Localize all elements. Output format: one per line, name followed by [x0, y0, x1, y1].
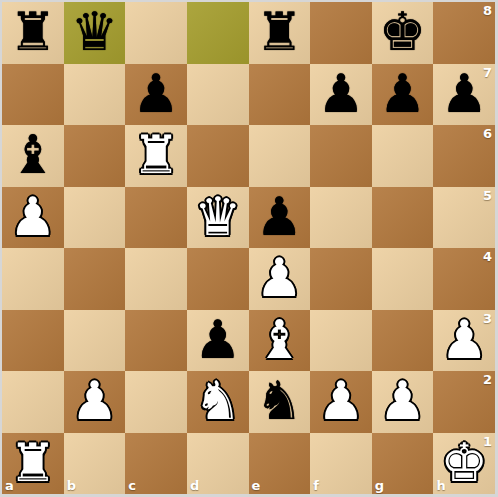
square-a8[interactable]: ♜	[2, 2, 64, 64]
square-e2[interactable]: ♞	[249, 371, 311, 433]
square-f1[interactable]: f	[310, 433, 372, 495]
square-g3[interactable]	[372, 310, 434, 372]
rank-label-1: 1	[483, 434, 492, 449]
white-pawn[interactable]: ♟	[317, 374, 365, 427]
chess-board[interactable]: ♜♛♜♚8♟♟♟♟7♝♜6♟♛♟5♟4♟♝♟3♟♞♞♟♟2♜abcdefg♚h1	[2, 2, 495, 494]
file-label-a: a	[5, 478, 14, 493]
black-bishop[interactable]: ♝	[9, 128, 57, 181]
square-g7[interactable]: ♟	[372, 64, 434, 126]
square-c7[interactable]: ♟	[125, 64, 187, 126]
square-c3[interactable]	[125, 310, 187, 372]
black-queen[interactable]: ♛	[71, 5, 119, 58]
square-b4[interactable]	[64, 248, 126, 310]
square-a6[interactable]: ♝	[2, 125, 64, 187]
square-b3[interactable]	[64, 310, 126, 372]
white-pawn[interactable]: ♟	[256, 251, 304, 304]
square-f3[interactable]	[310, 310, 372, 372]
square-f2[interactable]: ♟	[310, 371, 372, 433]
black-pawn[interactable]: ♟	[256, 190, 304, 243]
white-rook[interactable]: ♜	[9, 436, 57, 489]
square-e1[interactable]: e	[249, 433, 311, 495]
square-d3[interactable]: ♟	[187, 310, 249, 372]
square-a4[interactable]	[2, 248, 64, 310]
square-e4[interactable]: ♟	[249, 248, 311, 310]
rank-label-7: 7	[483, 65, 492, 80]
square-h3[interactable]: ♟3	[433, 310, 495, 372]
square-g1[interactable]: g	[372, 433, 434, 495]
square-g8[interactable]: ♚	[372, 2, 434, 64]
black-pawn[interactable]: ♟	[317, 67, 365, 120]
file-label-e: e	[252, 478, 261, 493]
white-pawn[interactable]: ♟	[440, 313, 488, 366]
file-label-b: b	[67, 478, 76, 493]
square-b1[interactable]: b	[64, 433, 126, 495]
square-d4[interactable]	[187, 248, 249, 310]
square-d5[interactable]: ♛	[187, 187, 249, 249]
square-d7[interactable]	[187, 64, 249, 126]
square-a7[interactable]	[2, 64, 64, 126]
square-c2[interactable]	[125, 371, 187, 433]
square-c5[interactable]	[125, 187, 187, 249]
square-h2[interactable]: 2	[433, 371, 495, 433]
square-a5[interactable]: ♟	[2, 187, 64, 249]
square-f4[interactable]	[310, 248, 372, 310]
white-bishop[interactable]: ♝	[256, 313, 304, 366]
rank-label-6: 6	[483, 126, 492, 141]
square-e6[interactable]	[249, 125, 311, 187]
white-rook[interactable]: ♜	[132, 128, 180, 181]
black-pawn[interactable]: ♟	[379, 67, 427, 120]
square-h1[interactable]: ♚h1	[433, 433, 495, 495]
file-label-d: d	[190, 478, 199, 493]
black-knight[interactable]: ♞	[256, 374, 304, 427]
square-h5[interactable]: 5	[433, 187, 495, 249]
square-e3[interactable]: ♝	[249, 310, 311, 372]
square-g4[interactable]	[372, 248, 434, 310]
white-pawn[interactable]: ♟	[379, 374, 427, 427]
file-label-h: h	[436, 478, 445, 493]
square-e7[interactable]	[249, 64, 311, 126]
square-d1[interactable]: d	[187, 433, 249, 495]
square-g5[interactable]	[372, 187, 434, 249]
square-f5[interactable]	[310, 187, 372, 249]
square-c8[interactable]	[125, 2, 187, 64]
square-e8[interactable]: ♜	[249, 2, 311, 64]
square-d2[interactable]: ♞	[187, 371, 249, 433]
white-queen[interactable]: ♛	[194, 190, 242, 243]
square-g2[interactable]: ♟	[372, 371, 434, 433]
square-h4[interactable]: 4	[433, 248, 495, 310]
black-rook[interactable]: ♜	[9, 5, 57, 58]
square-d8[interactable]	[187, 2, 249, 64]
black-pawn[interactable]: ♟	[440, 67, 488, 120]
square-f8[interactable]	[310, 2, 372, 64]
square-b7[interactable]	[64, 64, 126, 126]
square-f7[interactable]: ♟	[310, 64, 372, 126]
rank-label-5: 5	[483, 188, 492, 203]
square-b5[interactable]	[64, 187, 126, 249]
white-knight[interactable]: ♞	[194, 374, 242, 427]
black-pawn[interactable]: ♟	[194, 313, 242, 366]
rank-label-4: 4	[483, 249, 492, 264]
black-rook[interactable]: ♜	[256, 5, 304, 58]
file-label-f: f	[313, 478, 319, 493]
rank-label-8: 8	[483, 3, 492, 18]
rank-label-2: 2	[483, 372, 492, 387]
square-h6[interactable]: 6	[433, 125, 495, 187]
square-a2[interactable]	[2, 371, 64, 433]
board-frame: ♜♛♜♚8♟♟♟♟7♝♜6♟♛♟5♟4♟♝♟3♟♞♞♟♟2♜abcdefg♚h1	[0, 0, 498, 497]
white-pawn[interactable]: ♟	[9, 190, 57, 243]
square-c1[interactable]: c	[125, 433, 187, 495]
square-c6[interactable]: ♜	[125, 125, 187, 187]
file-label-g: g	[375, 478, 384, 493]
rank-label-3: 3	[483, 311, 492, 326]
square-e5[interactable]: ♟	[249, 187, 311, 249]
black-pawn[interactable]: ♟	[132, 67, 180, 120]
square-f6[interactable]	[310, 125, 372, 187]
square-a1[interactable]: ♜a	[2, 433, 64, 495]
square-d6[interactable]	[187, 125, 249, 187]
square-a3[interactable]	[2, 310, 64, 372]
square-h7[interactable]: ♟7	[433, 64, 495, 126]
black-king[interactable]: ♚	[379, 5, 427, 58]
square-g6[interactable]	[372, 125, 434, 187]
square-b8[interactable]: ♛	[64, 2, 126, 64]
white-king[interactable]: ♚	[440, 436, 488, 489]
square-b6[interactable]	[64, 125, 126, 187]
white-pawn[interactable]: ♟	[71, 374, 119, 427]
file-label-c: c	[128, 478, 136, 493]
square-h8[interactable]: 8	[433, 2, 495, 64]
square-b2[interactable]: ♟	[64, 371, 126, 433]
square-c4[interactable]	[125, 248, 187, 310]
